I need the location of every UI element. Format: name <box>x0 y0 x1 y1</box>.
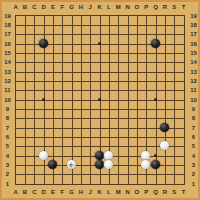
column-label: T <box>179 2 188 11</box>
row-label: 12 <box>188 76 199 85</box>
column-label: T <box>179 187 188 196</box>
column-label: R <box>160 2 169 11</box>
column-label: J <box>86 187 95 196</box>
column-label: K <box>95 187 104 196</box>
row-label: 18 <box>188 20 199 29</box>
column-label: B <box>20 2 29 11</box>
column-label: A <box>11 187 20 196</box>
column-label: L <box>104 187 113 196</box>
row-label: 17 <box>188 30 199 39</box>
column-label: M <box>114 187 123 196</box>
row-label: 4 <box>188 151 199 160</box>
white-stone-R5 <box>160 141 169 150</box>
column-label: S <box>170 2 179 11</box>
row-label: 10 <box>188 95 199 104</box>
column-label: F <box>58 187 67 196</box>
column-label: Q <box>151 187 160 196</box>
white-stone-L4 <box>104 151 113 160</box>
row-label: 2 <box>188 170 199 179</box>
row-label: 7 <box>188 123 199 132</box>
row-label: 1 <box>188 179 199 188</box>
column-label: E <box>48 2 57 11</box>
row-label: 5 <box>188 142 199 151</box>
black-stone-K4 <box>95 151 104 160</box>
column-label: H <box>76 187 85 196</box>
column-label: D <box>39 187 48 196</box>
white-stone-L3 <box>104 160 113 169</box>
black-stone-E3 <box>48 160 57 169</box>
column-label: M <box>114 2 123 11</box>
column-label: D <box>39 2 48 11</box>
column-label: J <box>86 2 95 11</box>
go-board[interactable]: ABCDEFGHJKLMNOPQRST ABCDEFGHJKLMNOPQRST … <box>0 0 200 200</box>
row-label: 19 <box>188 11 199 20</box>
column-label: L <box>104 2 113 11</box>
row-labels-right: 19181716151413121110987654321 <box>188 11 199 188</box>
column-label: P <box>142 2 151 11</box>
row-label: 8 <box>188 114 199 123</box>
column-label: K <box>95 2 104 11</box>
column-labels-bottom: ABCDEFGHJKLMNOPQRST <box>11 187 188 196</box>
row-label: 13 <box>188 67 199 76</box>
column-label: G <box>67 2 76 11</box>
column-label: N <box>123 187 132 196</box>
black-stone-D16 <box>39 39 48 48</box>
column-label: A <box>11 2 20 11</box>
row-label: 11 <box>188 86 199 95</box>
column-label: H <box>76 2 85 11</box>
column-label: O <box>132 187 141 196</box>
white-stone-P3 <box>141 160 150 169</box>
column-label: N <box>123 2 132 11</box>
column-label: O <box>132 2 141 11</box>
column-label: F <box>58 2 67 11</box>
column-label: Q <box>151 2 160 11</box>
black-stone-K3 <box>95 160 104 169</box>
column-label: P <box>142 187 151 196</box>
column-labels-top: ABCDEFGHJKLMNOPQRST <box>11 2 188 11</box>
column-label: B <box>20 187 29 196</box>
column-label: E <box>48 187 57 196</box>
row-label: 15 <box>188 48 199 57</box>
white-stone-G3 <box>67 160 76 169</box>
row-label: 3 <box>188 160 199 169</box>
black-stone-R7 <box>160 123 169 132</box>
column-label: G <box>67 187 76 196</box>
row-label: 6 <box>188 132 199 141</box>
column-label: S <box>170 187 179 196</box>
row-label: 14 <box>188 58 199 67</box>
white-stone-P4 <box>141 151 150 160</box>
last-move-marker <box>69 162 74 167</box>
white-stone-D4 <box>39 151 48 160</box>
column-label: R <box>160 187 169 196</box>
row-label: 9 <box>188 104 199 113</box>
black-stone-Q3 <box>151 160 160 169</box>
row-label: 16 <box>188 39 199 48</box>
black-stone-Q16 <box>151 39 160 48</box>
column-label: C <box>30 187 39 196</box>
stones-layer <box>11 11 188 188</box>
column-label: C <box>30 2 39 11</box>
